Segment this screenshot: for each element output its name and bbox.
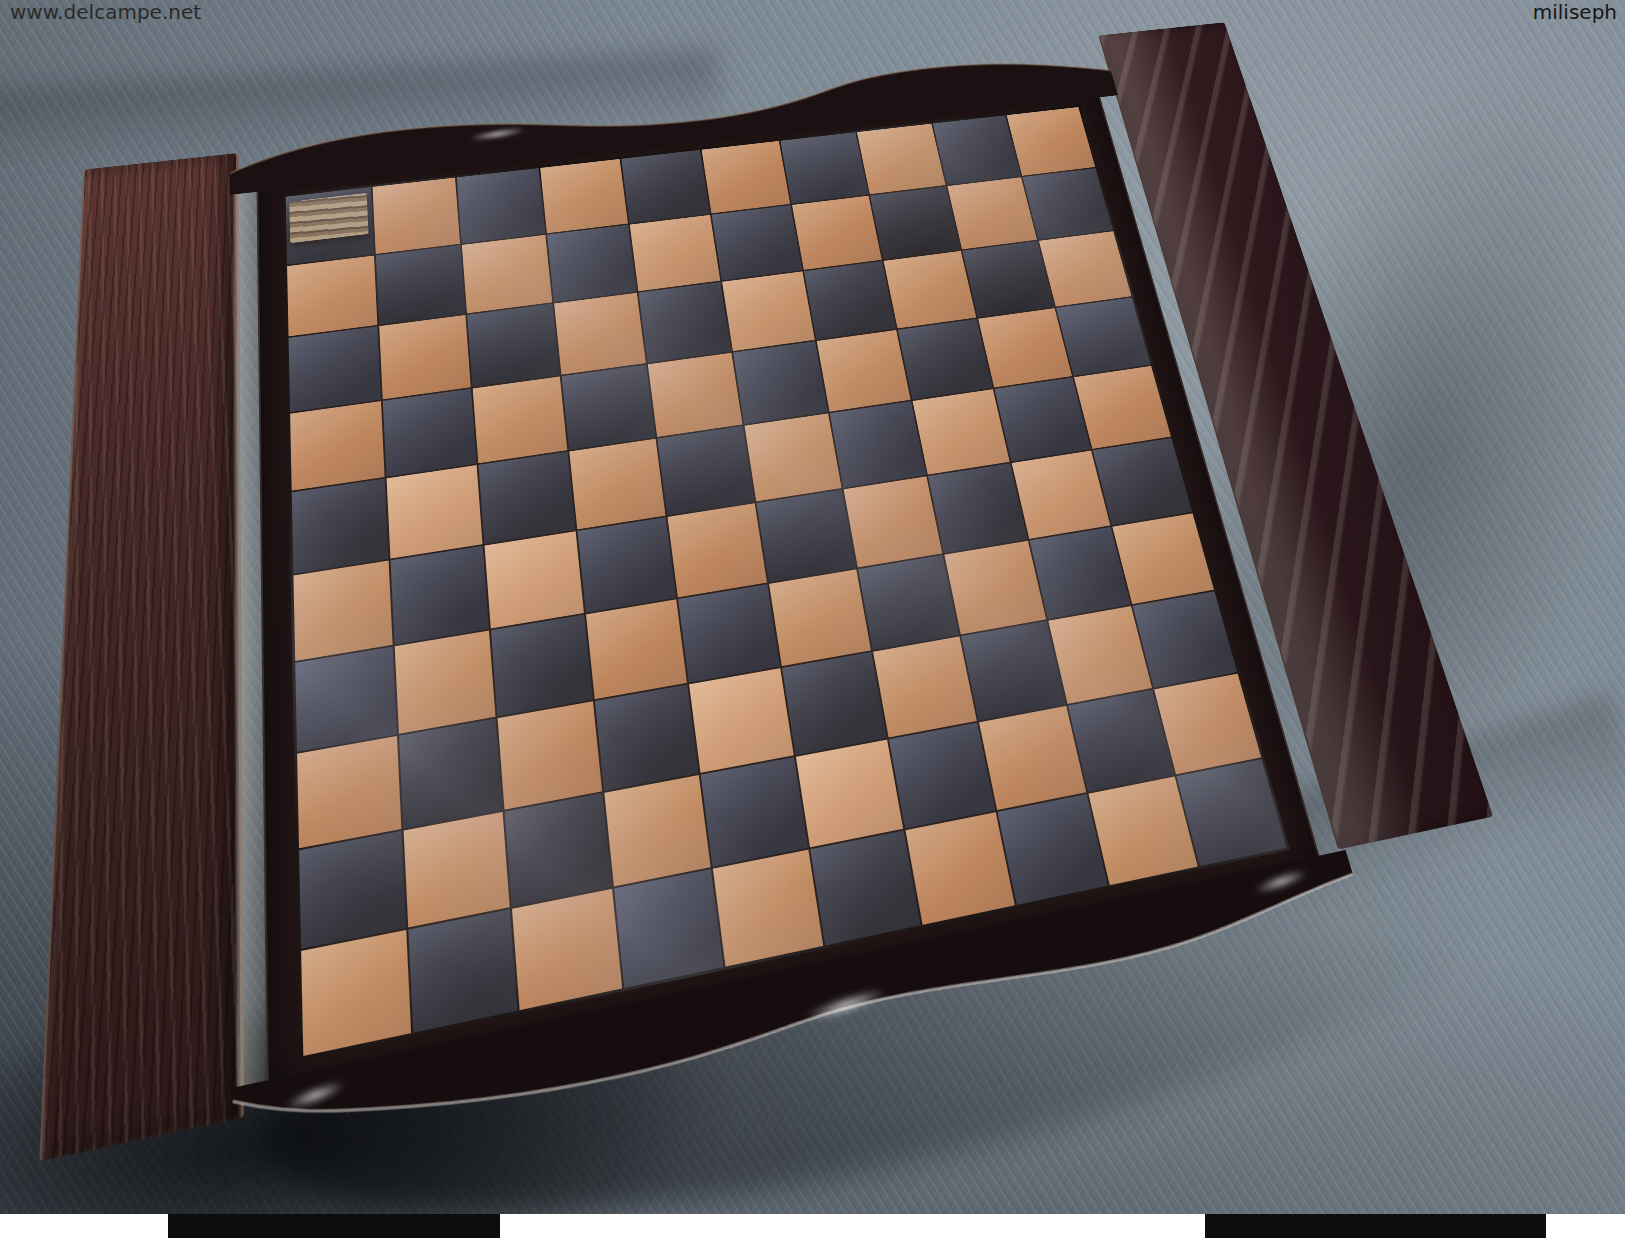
board-square-r6c7: [843, 476, 942, 567]
board-square-r9c5: [701, 757, 808, 867]
board-square-r8c3: [498, 702, 602, 810]
board-square-r7c4: [586, 599, 688, 699]
board-square-r8c7: [873, 637, 977, 738]
board-square-r6c3: [485, 531, 584, 628]
board-square-r8c5: [689, 668, 793, 772]
board-square-r3c7: [804, 261, 896, 339]
board-square-r3c1: [289, 327, 381, 412]
board-square-r9c4: [604, 775, 711, 887]
board-square-r1c3: [457, 168, 545, 243]
board-square-r5c10: [1074, 366, 1171, 449]
board-square-r7c10: [1113, 513, 1214, 604]
board-square-r9c2: [403, 812, 510, 928]
board-square-r7c6: [769, 569, 871, 666]
worn-label-patch: [289, 193, 368, 244]
board-square-r5c2: [386, 465, 483, 558]
board-square-r3c10: [1039, 231, 1131, 306]
board-square-r6c1: [293, 561, 392, 661]
board-square-r1c10: [1007, 107, 1095, 175]
board-square-r3c6: [722, 272, 814, 351]
board-square-r1c1: [286, 187, 374, 264]
board-square-r2c6: [712, 205, 802, 281]
board-square-r4c1: [290, 401, 384, 491]
board-square-r10c8: [998, 794, 1108, 904]
board-square-r6c10: [1093, 438, 1192, 525]
board-square-r3c9: [962, 241, 1054, 317]
board-square-r8c4: [595, 685, 699, 791]
board-square-r9c6: [796, 740, 903, 848]
board-square-r10c6: [810, 831, 920, 945]
board-square-r1c4: [540, 159, 628, 233]
watermark-site: www.delcampe.net: [10, 0, 201, 24]
board-square-r1c9: [933, 115, 1021, 184]
board-square-r9c8: [979, 706, 1086, 811]
board-square-r8c8: [961, 621, 1065, 720]
board-square-r3c4: [554, 293, 646, 375]
board-square-r4c2: [382, 389, 476, 478]
board-square-r9c3: [505, 793, 612, 907]
board-square-r1c6: [702, 141, 790, 213]
board-square-r10c4: [614, 869, 724, 988]
board-square-r4c9: [978, 308, 1072, 388]
board-square-r1c2: [372, 178, 460, 254]
board-square-r4c10: [1056, 297, 1150, 376]
board-square-r10c5: [713, 850, 823, 966]
board-square-r6c2: [390, 546, 489, 644]
board-square-r8c2: [399, 719, 503, 829]
board-square-r8c1: [297, 736, 401, 848]
board-square-r9c7: [889, 722, 996, 828]
board-square-r1c8: [857, 124, 945, 194]
board-square-r7c5: [678, 584, 780, 683]
board-square-r10c1: [301, 930, 411, 1056]
board-square-r7c8: [944, 540, 1046, 634]
board-square-r2c9: [947, 177, 1037, 250]
board-tray: [283, 105, 1290, 1060]
board-square-r3c2: [379, 315, 471, 399]
board-square-r2c1: [287, 255, 377, 336]
board-square-r10c7: [905, 813, 1015, 925]
board-square-r3c5: [639, 282, 731, 363]
board-square-r7c1: [295, 646, 396, 752]
watermark-dark-segment: [168, 1214, 500, 1238]
board-square-r2c5: [630, 215, 720, 292]
board-square-r2c8: [870, 186, 960, 260]
board-square-r6c4: [577, 517, 676, 612]
board-square-r7c7: [858, 555, 960, 651]
board-square-r2c4: [547, 224, 637, 302]
board-square-r5c6: [745, 414, 842, 502]
board-square-r2c10: [1023, 168, 1113, 240]
board-square-r1c5: [622, 150, 710, 223]
board-square-r2c2: [375, 245, 465, 325]
board-square-r5c5: [658, 426, 755, 515]
board-square-r5c4: [569, 439, 666, 529]
board-square-r4c6: [733, 341, 827, 424]
board-square-r7c2: [394, 630, 495, 734]
board-square-r6c6: [756, 490, 855, 582]
board-square-r5c9: [994, 378, 1091, 462]
board-square-r8c6: [782, 652, 886, 754]
board-square-r10c3: [512, 889, 622, 1010]
board-square-r5c8: [913, 389, 1010, 474]
board-square-r4c7: [816, 330, 910, 412]
board-square-r2c7: [792, 195, 882, 270]
board-square-r3c3: [467, 304, 559, 387]
watermark-bar: [0, 1214, 1625, 1238]
board-square-r1c7: [780, 132, 868, 203]
board-square-r4c3: [473, 376, 567, 463]
board-square-r3c8: [884, 251, 976, 328]
board-square-r4c8: [898, 319, 992, 400]
board-square-r4c5: [648, 353, 742, 438]
board-square-r5c7: [830, 401, 927, 487]
photo-scene: www.delcampe.net miliseph: [0, 0, 1625, 1238]
board-square-r4c4: [561, 364, 655, 450]
board-square-r5c1: [292, 479, 388, 574]
board-square-r5c3: [479, 452, 576, 544]
watermark-dark-segment: [1205, 1214, 1546, 1238]
board-square-r2c3: [462, 235, 552, 314]
board-square-r6c8: [928, 463, 1027, 552]
board-square-r7c3: [491, 614, 593, 716]
board-square-r10c2: [408, 910, 518, 1033]
board-square-r6c5: [668, 503, 767, 597]
watermark-seller: miliseph: [1533, 0, 1617, 24]
board-square-r9c1: [299, 831, 406, 949]
